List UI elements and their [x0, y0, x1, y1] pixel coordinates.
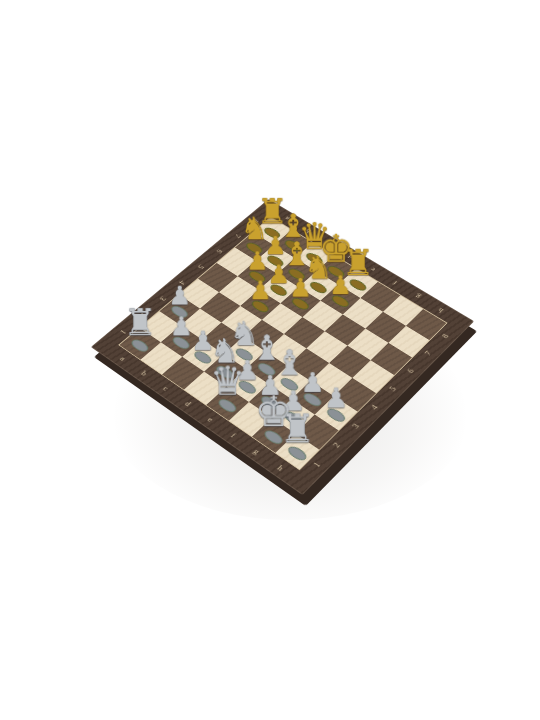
gold-pawn-glyph: ♟: [235, 275, 286, 304]
silver-rook-glyph: ♜: [270, 405, 326, 451]
silver-rook-glyph: ♜: [114, 300, 166, 343]
